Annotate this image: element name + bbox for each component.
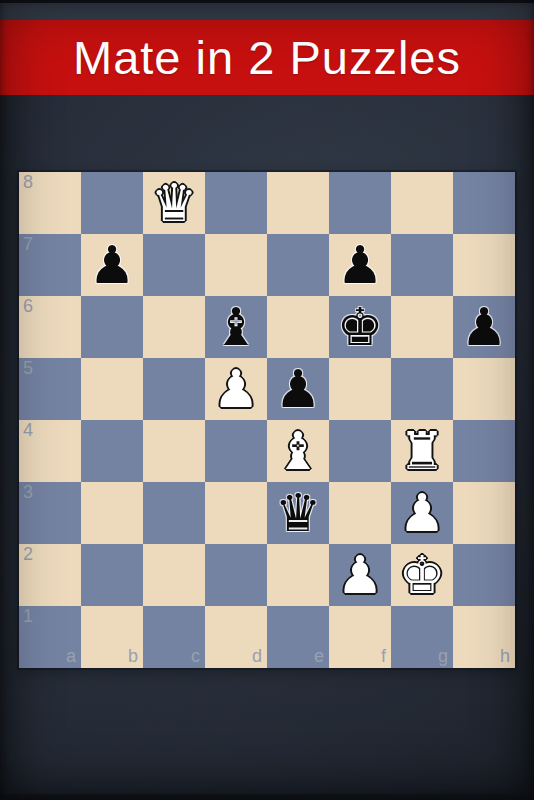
square-a2[interactable]: 2	[19, 544, 81, 606]
rank-label-5: 5	[23, 359, 33, 379]
square-g5[interactable]	[391, 358, 453, 420]
square-h1[interactable]: h	[453, 606, 515, 668]
chess-board: 8♛7♟♟6♝♚♟5♟♟4♝♜3♛♟2♟♚1abcdefgh	[19, 172, 515, 668]
file-label-f: f	[381, 647, 386, 667]
white-pawn-d5[interactable]: ♟	[205, 358, 267, 420]
title-banner: Mate in 2 Puzzles	[0, 20, 534, 95]
square-c2[interactable]	[143, 544, 205, 606]
square-g2[interactable]: ♚	[391, 544, 453, 606]
square-h5[interactable]	[453, 358, 515, 420]
square-f7[interactable]: ♟	[329, 234, 391, 296]
square-c3[interactable]	[143, 482, 205, 544]
white-pawn-f2[interactable]: ♟	[329, 544, 391, 606]
black-pawn-b7[interactable]: ♟	[81, 234, 143, 296]
file-label-c: c	[191, 647, 200, 667]
square-g7[interactable]	[391, 234, 453, 296]
white-pawn-g3[interactable]: ♟	[391, 482, 453, 544]
square-a1[interactable]: 1a	[19, 606, 81, 668]
square-e5[interactable]: ♟	[267, 358, 329, 420]
file-label-a: a	[66, 647, 76, 667]
square-f6[interactable]: ♚	[329, 296, 391, 358]
square-g6[interactable]	[391, 296, 453, 358]
rank-label-7: 7	[23, 235, 33, 255]
rank-label-2: 2	[23, 545, 33, 565]
black-king-f6[interactable]: ♚	[329, 296, 391, 358]
square-a6[interactable]: 6	[19, 296, 81, 358]
square-b1[interactable]: b	[81, 606, 143, 668]
square-d8[interactable]	[205, 172, 267, 234]
square-d1[interactable]: d	[205, 606, 267, 668]
square-a4[interactable]: 4	[19, 420, 81, 482]
square-b5[interactable]	[81, 358, 143, 420]
file-label-b: b	[128, 647, 138, 667]
square-d5[interactable]: ♟	[205, 358, 267, 420]
square-f2[interactable]: ♟	[329, 544, 391, 606]
square-d6[interactable]: ♝	[205, 296, 267, 358]
white-bishop-e4[interactable]: ♝	[267, 420, 329, 482]
rank-label-3: 3	[23, 483, 33, 503]
square-f3[interactable]	[329, 482, 391, 544]
square-f8[interactable]	[329, 172, 391, 234]
square-b4[interactable]	[81, 420, 143, 482]
file-label-g: g	[438, 647, 448, 667]
square-e6[interactable]	[267, 296, 329, 358]
square-f4[interactable]	[329, 420, 391, 482]
square-f5[interactable]	[329, 358, 391, 420]
square-a5[interactable]: 5	[19, 358, 81, 420]
square-c7[interactable]	[143, 234, 205, 296]
white-queen-c8[interactable]: ♛	[143, 172, 205, 234]
square-h8[interactable]	[453, 172, 515, 234]
square-g4[interactable]: ♜	[391, 420, 453, 482]
page-title: Mate in 2 Puzzles	[73, 30, 461, 85]
square-e8[interactable]	[267, 172, 329, 234]
square-c1[interactable]: c	[143, 606, 205, 668]
square-f1[interactable]: f	[329, 606, 391, 668]
white-king-g2[interactable]: ♚	[391, 544, 453, 606]
square-b3[interactable]	[81, 482, 143, 544]
black-bishop-d6[interactable]: ♝	[205, 296, 267, 358]
black-queen-e3[interactable]: ♛	[267, 482, 329, 544]
square-a3[interactable]: 3	[19, 482, 81, 544]
square-b8[interactable]	[81, 172, 143, 234]
rank-label-8: 8	[23, 173, 33, 193]
rank-label-1: 1	[23, 607, 33, 627]
square-h6[interactable]: ♟	[453, 296, 515, 358]
square-h3[interactable]	[453, 482, 515, 544]
square-b2[interactable]	[81, 544, 143, 606]
square-b6[interactable]	[81, 296, 143, 358]
square-e1[interactable]: e	[267, 606, 329, 668]
square-g3[interactable]: ♟	[391, 482, 453, 544]
rank-label-4: 4	[23, 421, 33, 441]
square-c8[interactable]: ♛	[143, 172, 205, 234]
square-c6[interactable]	[143, 296, 205, 358]
square-d2[interactable]	[205, 544, 267, 606]
rank-label-6: 6	[23, 297, 33, 317]
black-pawn-f7[interactable]: ♟	[329, 234, 391, 296]
square-d7[interactable]	[205, 234, 267, 296]
top-status-strip	[0, 0, 534, 20]
square-h7[interactable]	[453, 234, 515, 296]
square-h4[interactable]	[453, 420, 515, 482]
square-d4[interactable]	[205, 420, 267, 482]
square-b7[interactable]: ♟	[81, 234, 143, 296]
file-label-d: d	[252, 647, 262, 667]
black-pawn-e5[interactable]: ♟	[267, 358, 329, 420]
square-g8[interactable]	[391, 172, 453, 234]
square-e3[interactable]: ♛	[267, 482, 329, 544]
file-label-h: h	[500, 647, 510, 667]
square-e7[interactable]	[267, 234, 329, 296]
square-c4[interactable]	[143, 420, 205, 482]
square-h2[interactable]	[453, 544, 515, 606]
file-label-e: e	[314, 647, 324, 667]
white-rook-g4[interactable]: ♜	[391, 420, 453, 482]
black-pawn-h6[interactable]: ♟	[453, 296, 515, 358]
square-e4[interactable]: ♝	[267, 420, 329, 482]
square-d3[interactable]	[205, 482, 267, 544]
bottom-edge-strip	[0, 794, 534, 800]
square-g1[interactable]: g	[391, 606, 453, 668]
square-e2[interactable]	[267, 544, 329, 606]
square-a8[interactable]: 8	[19, 172, 81, 234]
square-c5[interactable]	[143, 358, 205, 420]
square-a7[interactable]: 7	[19, 234, 81, 296]
